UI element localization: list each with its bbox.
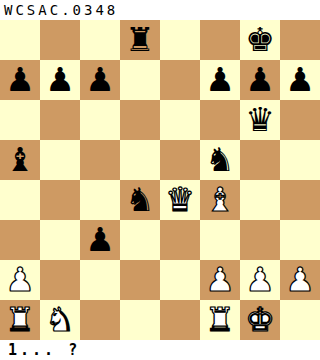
black-pawn-b7: ♟ [45, 60, 75, 100]
square-c1[interactable] [80, 300, 120, 340]
square-d8[interactable]: ♜ [120, 20, 160, 60]
square-h6[interactable] [280, 100, 320, 140]
square-h8[interactable] [280, 20, 320, 60]
square-h1[interactable] [280, 300, 320, 340]
square-a3[interactable] [0, 220, 40, 260]
square-a2[interactable]: ♟ [0, 260, 40, 300]
square-d2[interactable] [120, 260, 160, 300]
square-e8[interactable] [160, 20, 200, 60]
square-h2[interactable]: ♟ [280, 260, 320, 300]
white-pawn-h2: ♟ [285, 260, 315, 300]
white-pawn-g2: ♟ [245, 260, 275, 300]
square-c7[interactable]: ♟ [80, 60, 120, 100]
square-g2[interactable]: ♟ [240, 260, 280, 300]
square-g7[interactable]: ♟ [240, 60, 280, 100]
black-pawn-g7: ♟ [245, 60, 275, 100]
chess-board: ♜♚♟♟♟♟♟♟♛♝♞♞♛♝♟♟♟♟♟♜♞♜♚ [0, 20, 320, 340]
black-pawn-f7: ♟ [205, 60, 235, 100]
square-h4[interactable] [280, 180, 320, 220]
square-f8[interactable] [200, 20, 240, 60]
square-h7[interactable]: ♟ [280, 60, 320, 100]
square-c3[interactable]: ♟ [80, 220, 120, 260]
black-pawn-c3: ♟ [85, 220, 115, 260]
black-bishop-a5: ♝ [5, 140, 35, 180]
square-d3[interactable] [120, 220, 160, 260]
square-g1[interactable]: ♚ [240, 300, 280, 340]
square-b7[interactable]: ♟ [40, 60, 80, 100]
black-knight-f5: ♞ [205, 140, 235, 180]
square-a8[interactable] [0, 20, 40, 60]
square-a5[interactable]: ♝ [0, 140, 40, 180]
black-pawn-h7: ♟ [285, 60, 315, 100]
black-rook-d8: ♜ [125, 20, 155, 60]
black-pawn-a7: ♟ [5, 60, 35, 100]
square-f6[interactable] [200, 100, 240, 140]
square-h3[interactable] [280, 220, 320, 260]
move-prompt: 1... ? [0, 340, 320, 360]
square-g8[interactable]: ♚ [240, 20, 280, 60]
square-c6[interactable] [80, 100, 120, 140]
square-d1[interactable] [120, 300, 160, 340]
square-b1[interactable]: ♞ [40, 300, 80, 340]
square-f1[interactable]: ♜ [200, 300, 240, 340]
square-d7[interactable] [120, 60, 160, 100]
square-d6[interactable] [120, 100, 160, 140]
white-king-g1: ♚ [245, 300, 275, 340]
square-a4[interactable] [0, 180, 40, 220]
square-b5[interactable] [40, 140, 80, 180]
white-bishop-f4: ♝ [205, 180, 235, 220]
black-queen-g6: ♛ [245, 100, 275, 140]
square-e7[interactable] [160, 60, 200, 100]
square-g3[interactable] [240, 220, 280, 260]
white-rook-a1: ♜ [5, 300, 35, 340]
square-b4[interactable] [40, 180, 80, 220]
black-pawn-c7: ♟ [85, 60, 115, 100]
square-e1[interactable] [160, 300, 200, 340]
square-d5[interactable] [120, 140, 160, 180]
square-g6[interactable]: ♛ [240, 100, 280, 140]
square-f2[interactable]: ♟ [200, 260, 240, 300]
white-pawn-f2: ♟ [205, 260, 235, 300]
square-a1[interactable]: ♜ [0, 300, 40, 340]
square-a7[interactable]: ♟ [0, 60, 40, 100]
square-b3[interactable] [40, 220, 80, 260]
square-e6[interactable] [160, 100, 200, 140]
square-f7[interactable]: ♟ [200, 60, 240, 100]
square-c5[interactable] [80, 140, 120, 180]
white-rook-f1: ♜ [205, 300, 235, 340]
white-knight-b1: ♞ [45, 300, 75, 340]
square-f3[interactable] [200, 220, 240, 260]
square-c8[interactable] [80, 20, 120, 60]
square-g4[interactable] [240, 180, 280, 220]
square-f5[interactable]: ♞ [200, 140, 240, 180]
square-a6[interactable] [0, 100, 40, 140]
square-e2[interactable] [160, 260, 200, 300]
square-d4[interactable]: ♞ [120, 180, 160, 220]
square-f4[interactable]: ♝ [200, 180, 240, 220]
square-b8[interactable] [40, 20, 80, 60]
square-h5[interactable] [280, 140, 320, 180]
square-c2[interactable] [80, 260, 120, 300]
square-g5[interactable] [240, 140, 280, 180]
square-c4[interactable] [80, 180, 120, 220]
square-e4[interactable]: ♛ [160, 180, 200, 220]
black-king-g8: ♚ [245, 20, 275, 60]
square-e3[interactable] [160, 220, 200, 260]
square-b2[interactable] [40, 260, 80, 300]
square-b6[interactable] [40, 100, 80, 140]
diagram-title: WCSAC.0348 [0, 0, 320, 20]
square-e5[interactable] [160, 140, 200, 180]
white-queen-e4: ♛ [165, 180, 195, 220]
white-pawn-a2: ♟ [5, 260, 35, 300]
black-knight-d4: ♞ [125, 180, 155, 220]
